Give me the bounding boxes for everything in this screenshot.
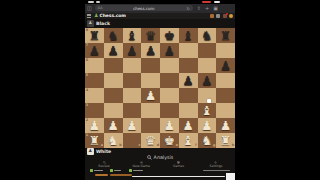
square-d7[interactable]: ♟: [141, 43, 160, 58]
black-pawn: ♟: [104, 43, 123, 58]
square-b5[interactable]: [104, 73, 123, 88]
cursor-marker: [207, 99, 211, 103]
square-c3[interactable]: [123, 103, 142, 118]
black-rook: ♜: [216, 28, 235, 43]
square-d2[interactable]: [141, 118, 160, 133]
caption-link-text[interactable]: [110, 174, 132, 176]
white-pawn: ♟: [216, 118, 235, 133]
square-d6[interactable]: [141, 58, 160, 73]
square-e1[interactable]: e♚: [160, 133, 179, 148]
rank-label: 3: [86, 104, 88, 107]
square-c6[interactable]: [123, 58, 142, 73]
square-e4[interactable]: [160, 88, 179, 103]
square-b3[interactable]: [104, 103, 123, 118]
browser-toolbar: ◫ AA chess.com ↻ ⇧ + ▣: [85, 4, 235, 13]
square-f6[interactable]: [179, 58, 198, 73]
logo-text: Chess.com: [99, 13, 125, 18]
white-pawn: ♟: [179, 118, 198, 133]
white-pawn: ♟: [85, 118, 104, 133]
square-g8[interactable]: ♞: [198, 28, 217, 43]
square-c2[interactable]: ♟: [123, 118, 142, 133]
black-pawn: ♟: [123, 43, 142, 58]
square-e8[interactable]: ♚: [160, 28, 179, 43]
new-game-button[interactable]: New Game: [126, 161, 156, 168]
square-e3[interactable]: [160, 103, 179, 118]
square-e2[interactable]: ♟: [160, 118, 179, 133]
square-f1[interactable]: f♝: [179, 133, 198, 148]
square-g5[interactable]: ♟: [198, 73, 217, 88]
square-b6[interactable]: [104, 58, 123, 73]
player-row-black: ♟ Black: [85, 19, 235, 28]
video-frame: ◫ AA chess.com ↻ ⇧ + ▣ ♟ Chess.com: [0, 0, 320, 180]
toggle-option[interactable]: [110, 169, 121, 172]
square-h5[interactable]: [216, 73, 235, 88]
toggle-row: [85, 169, 235, 173]
white-bishop: ♝: [179, 133, 198, 148]
white-bishop: ♝: [198, 103, 217, 118]
checkbox-icon: [90, 169, 93, 172]
settings-button[interactable]: Settings: [201, 161, 231, 168]
tabs-icon[interactable]: ▣: [213, 6, 218, 11]
black-bishop: ♝: [123, 28, 142, 43]
square-a4[interactable]: 4: [85, 88, 104, 103]
black-player-name: Black: [96, 21, 110, 26]
white-knight: ♞: [104, 133, 123, 148]
toggle-option[interactable]: [129, 169, 143, 172]
games-button[interactable]: Games: [164, 161, 194, 168]
white-rook: ♜: [216, 133, 235, 148]
square-c4[interactable]: [123, 88, 142, 103]
rank-label: 4: [86, 89, 88, 92]
square-b7[interactable]: ♟: [104, 43, 123, 58]
phone-screen: ◫ AA chess.com ↻ ⇧ + ▣ ♟ Chess.com: [85, 0, 235, 180]
square-b1[interactable]: b♞: [104, 133, 123, 148]
analysis-button[interactable]: Analysis: [85, 155, 235, 161]
square-g6[interactable]: [198, 58, 217, 73]
square-e5[interactable]: [160, 73, 179, 88]
share-icon[interactable]: ⇧: [197, 6, 201, 11]
url-bar[interactable]: AA chess.com ↻: [95, 5, 193, 11]
puzzles-icon[interactable]: [216, 14, 220, 18]
square-a5[interactable]: 5: [85, 73, 104, 88]
square-c5[interactable]: [123, 73, 142, 88]
square-f8[interactable]: ♝: [179, 28, 198, 43]
square-a3[interactable]: 3: [85, 103, 104, 118]
square-b2[interactable]: ♟: [104, 118, 123, 133]
square-h6[interactable]: ♟: [216, 58, 235, 73]
square-f5[interactable]: ♟: [179, 73, 198, 88]
square-g3[interactable]: ♝: [198, 103, 217, 118]
square-h4[interactable]: [216, 88, 235, 103]
square-h7[interactable]: [216, 43, 235, 58]
white-queen: ♛: [141, 133, 160, 148]
sidebar-icon[interactable]: ◫: [87, 6, 92, 11]
square-g2[interactable]: ♟: [198, 118, 217, 133]
menu-icon[interactable]: [87, 14, 91, 18]
square-g1[interactable]: g♞: [198, 133, 217, 148]
square-a2[interactable]: 2♟: [85, 118, 104, 133]
white-knight: ♞: [198, 133, 217, 148]
checkbox-icon: [129, 169, 132, 172]
square-b8[interactable]: ♞: [104, 28, 123, 43]
toggle-row-right-text: [203, 170, 230, 172]
square-f7[interactable]: [179, 43, 198, 58]
toggle-option[interactable]: [90, 169, 103, 172]
black-pawn: ♟: [141, 43, 160, 58]
square-a8[interactable]: 8♜: [85, 28, 104, 43]
square-d1[interactable]: d♛: [141, 133, 160, 148]
trophy-icon[interactable]: [210, 14, 214, 18]
logo-pawn-icon: ♟: [94, 13, 98, 18]
square-f3[interactable]: [179, 103, 198, 118]
black-king: ♚: [160, 28, 179, 43]
black-bishop: ♝: [179, 28, 198, 43]
square-f2[interactable]: ♟: [179, 118, 198, 133]
square-h3[interactable]: [216, 103, 235, 118]
new-tab-icon[interactable]: +: [205, 6, 209, 11]
black-pawn: ♟: [216, 58, 235, 73]
black-pawn: ♟: [85, 43, 104, 58]
rank-label: 6: [86, 59, 88, 62]
square-d4[interactable]: ♟: [141, 88, 160, 103]
square-d3[interactable]: [141, 103, 160, 118]
black-pawn: ♟: [179, 73, 198, 88]
square-e7[interactable]: ♟: [160, 43, 179, 58]
white-pawn: ♟: [198, 118, 217, 133]
square-b4[interactable]: [104, 88, 123, 103]
square-d5[interactable]: [141, 73, 160, 88]
analysis-label: Analysis: [154, 155, 174, 160]
square-h8[interactable]: ♜: [216, 28, 235, 43]
chesscom-logo[interactable]: ♟ Chess.com: [94, 13, 126, 18]
white-pawn: ♟: [160, 118, 179, 133]
chess-board: 8♜♞♝♛♚♝♞♜7♟♟♟♟♟6♟5♟♟4♟3♝2♟♟♟♟♟♟♟1a♜b♞cd♛…: [85, 28, 235, 148]
magnifier-icon: [147, 155, 152, 160]
black-avatar[interactable]: ♟: [87, 20, 94, 27]
square-g7[interactable]: [198, 43, 217, 58]
square-c8[interactable]: ♝: [123, 28, 142, 43]
square-h2[interactable]: ♟: [216, 118, 235, 133]
progress-bar[interactable]: [132, 176, 225, 177]
white-pawn: ♟: [104, 118, 123, 133]
square-a6[interactable]: 6: [85, 58, 104, 73]
black-knight: ♞: [104, 28, 123, 43]
notification-badge: [226, 13, 228, 15]
square-c7[interactable]: ♟: [123, 43, 142, 58]
square-f4[interactable]: [179, 88, 198, 103]
square-d8[interactable]: ♛: [141, 28, 160, 43]
square-c1[interactable]: c: [123, 133, 142, 148]
white-pawn: ♟: [141, 88, 160, 103]
white-rook: ♜: [85, 133, 104, 148]
player-row-white: ♟ White: [85, 148, 235, 155]
black-pawn: ♟: [160, 43, 179, 58]
rank-label: 5: [86, 74, 88, 77]
white-avatar[interactable]: ♟: [87, 148, 94, 155]
white-pawn: ♟: [123, 118, 142, 133]
file-label: c: [138, 144, 140, 147]
battery-icon: [214, 1, 220, 3]
black-knight: ♞: [198, 28, 217, 43]
reload-icon[interactable]: ↻: [186, 6, 189, 11]
review-button[interactable]: Review: [89, 161, 119, 168]
overlay-white-box: [226, 173, 235, 180]
white-player-name: White: [96, 149, 111, 154]
checkbox-icon: [110, 169, 113, 172]
status-time: [88, 1, 94, 3]
square-e6[interactable]: [160, 58, 179, 73]
notifications-icon[interactable]: [223, 14, 227, 18]
square-a7[interactable]: 7♟: [85, 43, 104, 58]
status-carrier: [96, 1, 100, 3]
url-text: chess.com: [133, 6, 154, 11]
profile-icon[interactable]: [229, 14, 233, 18]
black-queen: ♛: [141, 28, 160, 43]
caption-text: [95, 174, 108, 176]
black-pawn: ♟: [198, 73, 217, 88]
black-rook: ♜: [85, 28, 104, 43]
white-king: ♚: [160, 133, 179, 148]
square-h1[interactable]: h♜: [216, 133, 235, 148]
square-a1[interactable]: 1a♜: [85, 133, 104, 148]
text-size-icon[interactable]: AA: [98, 6, 103, 10]
recording-indicator: [202, 1, 211, 3]
tools-row: Review New Game Games: [89, 161, 231, 168]
